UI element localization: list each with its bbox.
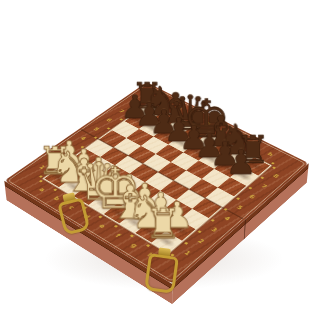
rank-label-2-right: 2 <box>196 238 205 244</box>
inlay-dot <box>248 187 252 189</box>
rank-label-4-right: 4 <box>222 216 231 222</box>
inlay-dot <box>236 197 240 200</box>
rank-label-6-left: 6 <box>105 118 113 123</box>
inlay-dot <box>224 208 228 211</box>
brass-clasp-front <box>140 246 184 295</box>
file-label-g-near: g <box>129 243 138 250</box>
clasp-ring <box>57 197 90 235</box>
rank-label-8-right: 8 <box>272 174 280 180</box>
piece-black-pawn-h7: ♟ <box>219 145 263 179</box>
inlay-dot <box>211 219 215 222</box>
file-label-e-near: e <box>97 223 106 229</box>
inlay-dot <box>107 127 110 129</box>
rank-label-3-right: 3 <box>209 227 218 233</box>
chess-set-product-photo: aa88bb77cc66dd55ee44ff33gg22hh11♜♞♝♛♚♝♞♜… <box>0 0 328 328</box>
clasp-ring <box>144 253 179 294</box>
rank-label-5-right: 5 <box>235 205 243 211</box>
file-label-f-near: f <box>114 233 121 239</box>
rank-label-7-right: 7 <box>260 184 268 190</box>
rank-label-6-right: 6 <box>248 194 256 200</box>
rank-label-5-left: 5 <box>92 127 100 132</box>
piece-white-rook-h1: ♜ <box>140 203 188 244</box>
file-label-a-near: a <box>37 187 45 193</box>
